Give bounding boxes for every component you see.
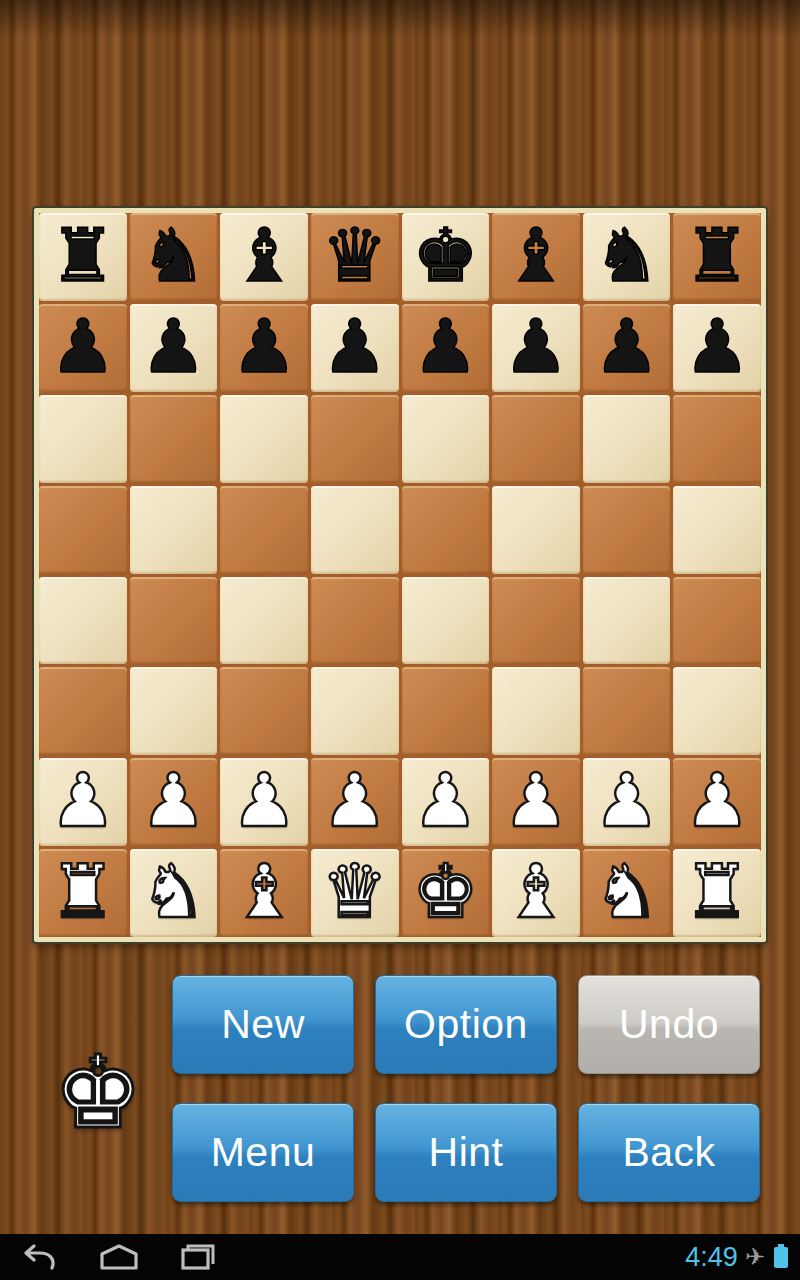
piece-white-bishop[interactable]: ♝ (231, 854, 297, 928)
square-f1[interactable]: ♝ (492, 849, 580, 937)
nav-recents-icon[interactable] (181, 1244, 215, 1270)
square-c6[interactable] (220, 395, 308, 483)
piece-black-knight[interactable]: ♞ (140, 218, 206, 292)
piece-white-knight[interactable]: ♞ (593, 854, 659, 928)
square-a1[interactable]: ♜ (39, 849, 127, 937)
square-h6[interactable] (673, 395, 761, 483)
white-king-turn-indicator-icon: ♚ (48, 1032, 148, 1152)
piece-white-knight[interactable]: ♞ (140, 854, 206, 928)
hint-button[interactable]: Hint (375, 1103, 557, 1202)
square-f6[interactable] (492, 395, 580, 483)
square-h7[interactable]: ♟ (673, 304, 761, 392)
piece-white-king[interactable]: ♚ (412, 854, 478, 928)
square-f5[interactable] (492, 486, 580, 574)
square-e7[interactable]: ♟ (402, 304, 490, 392)
square-b6[interactable] (130, 395, 218, 483)
square-d3[interactable] (311, 667, 399, 755)
square-b1[interactable]: ♞ (130, 849, 218, 937)
piece-black-pawn[interactable]: ♟ (684, 309, 750, 383)
new-button[interactable]: New (172, 975, 354, 1074)
square-h5[interactable] (673, 486, 761, 574)
piece-black-pawn[interactable]: ♟ (412, 309, 478, 383)
square-d4[interactable] (311, 577, 399, 665)
square-h2[interactable]: ♟ (673, 758, 761, 846)
square-d8[interactable]: ♛ (311, 213, 399, 301)
square-g2[interactable]: ♟ (583, 758, 671, 846)
piece-black-pawn[interactable]: ♟ (50, 309, 116, 383)
square-e4[interactable] (402, 577, 490, 665)
square-h1[interactable]: ♜ (673, 849, 761, 937)
square-g7[interactable]: ♟ (583, 304, 671, 392)
nav-back-icon[interactable] (22, 1244, 58, 1270)
piece-white-bishop[interactable]: ♝ (503, 854, 569, 928)
square-c5[interactable] (220, 486, 308, 574)
square-c8[interactable]: ♝ (220, 213, 308, 301)
square-d1[interactable]: ♛ (311, 849, 399, 937)
square-e8[interactable]: ♚ (402, 213, 490, 301)
square-h8[interactable]: ♜ (673, 213, 761, 301)
chess-board-frame: ♜♞♝♛♚♝♞♜♟♟♟♟♟♟♟♟♟♟♟♟♟♟♟♟♜♞♝♛♚♝♞♜ (34, 208, 766, 942)
piece-white-pawn[interactable]: ♟ (231, 763, 297, 837)
piece-black-pawn[interactable]: ♟ (503, 309, 569, 383)
chess-app-screen: ♜♞♝♛♚♝♞♜♟♟♟♟♟♟♟♟♟♟♟♟♟♟♟♟♜♞♝♛♚♝♞♜ ♚ New O… (0, 0, 800, 1280)
square-g1[interactable]: ♞ (583, 849, 671, 937)
piece-white-pawn[interactable]: ♟ (50, 763, 116, 837)
battery-icon (774, 1247, 788, 1268)
piece-black-king[interactable]: ♚ (412, 218, 478, 292)
piece-white-pawn[interactable]: ♟ (593, 763, 659, 837)
piece-white-queen[interactable]: ♛ (322, 854, 388, 928)
piece-black-rook[interactable]: ♜ (50, 218, 116, 292)
square-a4[interactable] (39, 577, 127, 665)
square-h3[interactable] (673, 667, 761, 755)
square-a8[interactable]: ♜ (39, 213, 127, 301)
piece-white-pawn[interactable]: ♟ (140, 763, 206, 837)
square-d6[interactable] (311, 395, 399, 483)
square-d5[interactable] (311, 486, 399, 574)
square-b4[interactable] (130, 577, 218, 665)
square-a5[interactable] (39, 486, 127, 574)
square-c3[interactable] (220, 667, 308, 755)
square-f3[interactable] (492, 667, 580, 755)
piece-black-bishop[interactable]: ♝ (231, 218, 297, 292)
piece-black-pawn[interactable]: ♟ (322, 309, 388, 383)
square-b7[interactable]: ♟ (130, 304, 218, 392)
square-a3[interactable] (39, 667, 127, 755)
square-b3[interactable] (130, 667, 218, 755)
square-d7[interactable]: ♟ (311, 304, 399, 392)
square-c2[interactable]: ♟ (220, 758, 308, 846)
square-b8[interactable]: ♞ (130, 213, 218, 301)
square-g3[interactable] (583, 667, 671, 755)
square-g8[interactable]: ♞ (583, 213, 671, 301)
piece-white-pawn[interactable]: ♟ (322, 763, 388, 837)
piece-white-rook[interactable]: ♜ (50, 854, 116, 928)
square-a2[interactable]: ♟ (39, 758, 127, 846)
square-h4[interactable] (673, 577, 761, 665)
undo-button[interactable]: Undo (578, 975, 760, 1074)
square-e1[interactable]: ♚ (402, 849, 490, 937)
square-f4[interactable] (492, 577, 580, 665)
square-e2[interactable]: ♟ (402, 758, 490, 846)
square-f8[interactable]: ♝ (492, 213, 580, 301)
piece-white-rook[interactable]: ♜ (684, 854, 750, 928)
piece-black-pawn[interactable]: ♟ (593, 309, 659, 383)
square-a7[interactable]: ♟ (39, 304, 127, 392)
piece-black-queen[interactable]: ♛ (322, 218, 388, 292)
square-c1[interactable]: ♝ (220, 849, 308, 937)
piece-black-bishop[interactable]: ♝ (503, 218, 569, 292)
back-button[interactable]: Back (578, 1103, 760, 1202)
square-b2[interactable]: ♟ (130, 758, 218, 846)
piece-black-knight[interactable]: ♞ (593, 218, 659, 292)
piece-black-rook[interactable]: ♜ (684, 218, 750, 292)
piece-white-pawn[interactable]: ♟ (684, 763, 750, 837)
square-c4[interactable] (220, 577, 308, 665)
option-button[interactable]: Option (375, 975, 557, 1074)
square-e6[interactable] (402, 395, 490, 483)
square-e3[interactable] (402, 667, 490, 755)
square-g5[interactable] (583, 486, 671, 574)
square-f2[interactable]: ♟ (492, 758, 580, 846)
airplane-mode-icon: ✈ (744, 1243, 765, 1272)
chess-board[interactable]: ♜♞♝♛♚♝♞♜♟♟♟♟♟♟♟♟♟♟♟♟♟♟♟♟♜♞♝♛♚♝♞♜ (39, 213, 761, 937)
square-f7[interactable]: ♟ (492, 304, 580, 392)
square-a6[interactable] (39, 395, 127, 483)
square-e5[interactable] (402, 486, 490, 574)
square-g4[interactable] (583, 577, 671, 665)
piece-black-pawn[interactable]: ♟ (140, 309, 206, 383)
square-b5[interactable] (130, 486, 218, 574)
square-g6[interactable] (583, 395, 671, 483)
square-d2[interactable]: ♟ (311, 758, 399, 846)
nav-home-icon[interactable] (100, 1244, 138, 1270)
square-c7[interactable]: ♟ (220, 304, 308, 392)
piece-white-pawn[interactable]: ♟ (503, 763, 569, 837)
piece-white-pawn[interactable]: ♟ (412, 763, 478, 837)
piece-black-pawn[interactable]: ♟ (231, 309, 297, 383)
status-clock: 4:49 (685, 1242, 738, 1273)
system-navigation-bar: 4:49 ✈ (0, 1234, 800, 1280)
menu-button[interactable]: Menu (172, 1103, 354, 1202)
